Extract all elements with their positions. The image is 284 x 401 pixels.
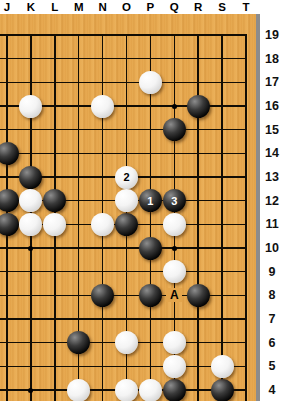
- col-label-N: N: [93, 0, 113, 14]
- grid-vline-R: [197, 34, 199, 401]
- row-label-15: 15: [260, 122, 284, 138]
- black-stone-N8[interactable]: [91, 284, 114, 307]
- white-stone-Q5[interactable]: [163, 355, 186, 378]
- row-label-10: 10: [260, 240, 284, 256]
- row-label-13: 13: [260, 169, 284, 185]
- black-stone-Q15[interactable]: [163, 118, 186, 141]
- white-stone-O4[interactable]: [115, 379, 138, 401]
- star-point-K10: [28, 246, 33, 251]
- white-stone-K11[interactable]: [19, 213, 42, 236]
- black-stone-Q12[interactable]: 3: [163, 189, 186, 212]
- white-stone-Q9[interactable]: [163, 260, 186, 283]
- white-stone-M4[interactable]: [67, 379, 90, 401]
- star-point-Q16: [172, 104, 177, 109]
- row-label-14: 14: [260, 145, 284, 161]
- row-label-9: 9: [260, 264, 284, 280]
- col-label-P: P: [140, 0, 160, 14]
- row-label-18: 18: [260, 51, 284, 67]
- black-stone-J11[interactable]: [0, 213, 19, 236]
- black-stone-P10[interactable]: [139, 237, 162, 260]
- row-label-6: 6: [260, 335, 284, 351]
- col-label-K: K: [21, 0, 41, 14]
- black-stone-R16[interactable]: [187, 95, 210, 118]
- white-stone-P4[interactable]: [139, 379, 162, 401]
- white-stone-N11[interactable]: [91, 213, 114, 236]
- grid-hline-10: [0, 247, 247, 249]
- black-stone-K13[interactable]: [19, 166, 42, 189]
- black-stone-Q4[interactable]: [163, 379, 186, 401]
- grid-hline-7: [0, 318, 247, 320]
- black-stone-M6[interactable]: [67, 331, 90, 354]
- star-point-K4: [28, 388, 33, 393]
- white-stone-K12[interactable]: [19, 189, 42, 212]
- grid-hline-18: [0, 58, 247, 60]
- col-label-M: M: [69, 0, 89, 14]
- black-stone-L12[interactable]: [43, 189, 66, 212]
- black-stone-J12[interactable]: [0, 189, 19, 212]
- point-label-A: A: [166, 288, 182, 302]
- grid-hline-17: [0, 82, 247, 84]
- col-label-T: T: [236, 0, 256, 14]
- white-stone-O12[interactable]: [115, 189, 138, 212]
- row-label-12: 12: [260, 193, 284, 209]
- row-label-19: 19: [260, 27, 284, 43]
- black-stone-S4[interactable]: [211, 379, 234, 401]
- row-label-11: 11: [260, 216, 284, 232]
- col-label-O: O: [117, 0, 137, 14]
- star-point-Q10: [172, 246, 177, 251]
- col-label-L: L: [45, 0, 65, 14]
- white-stone-L11[interactable]: [43, 213, 66, 236]
- row-labels-strip: 19181716151413121110987654: [260, 14, 284, 401]
- black-stone-P12[interactable]: 1: [139, 189, 162, 212]
- grid-hline-15: [0, 129, 247, 131]
- black-stone-P8[interactable]: [139, 284, 162, 307]
- white-stone-Q11[interactable]: [163, 213, 186, 236]
- row-label-8: 8: [260, 287, 284, 303]
- col-label-S: S: [212, 0, 232, 14]
- row-label-5: 5: [260, 358, 284, 374]
- goban[interactable]: 132A: [0, 14, 256, 401]
- row-label-7: 7: [260, 311, 284, 327]
- black-stone-J14[interactable]: [0, 142, 19, 165]
- black-stone-O11[interactable]: [115, 213, 138, 236]
- row-label-17: 17: [260, 74, 284, 90]
- black-stone-R8[interactable]: [187, 284, 210, 307]
- grid-hline-14: [0, 153, 247, 155]
- white-stone-O6[interactable]: [115, 331, 138, 354]
- white-stone-K16[interactable]: [19, 95, 42, 118]
- grid-vline-S: [221, 34, 223, 401]
- white-stone-S5[interactable]: [211, 355, 234, 378]
- grid-hline-19: [0, 34, 247, 36]
- col-label-R: R: [188, 0, 208, 14]
- white-stone-Q6[interactable]: [163, 331, 186, 354]
- white-stone-P17[interactable]: [139, 71, 162, 94]
- grid-hline-8: [0, 295, 247, 297]
- white-stone-N16[interactable]: [91, 95, 114, 118]
- row-label-4: 4: [260, 382, 284, 398]
- go-diagram-panel: 132A JKLMNOPQRST 19181716151413121110987…: [0, 0, 284, 401]
- column-labels-strip: JKLMNOPQRST: [0, 0, 284, 14]
- row-label-16: 16: [260, 98, 284, 114]
- grid-hline-5: [0, 366, 247, 368]
- col-label-Q: Q: [164, 0, 184, 14]
- white-stone-O13[interactable]: 2: [115, 166, 138, 189]
- grid-hline-9: [0, 271, 247, 273]
- grid-vline-T: [245, 34, 247, 401]
- col-label-J: J: [0, 0, 17, 14]
